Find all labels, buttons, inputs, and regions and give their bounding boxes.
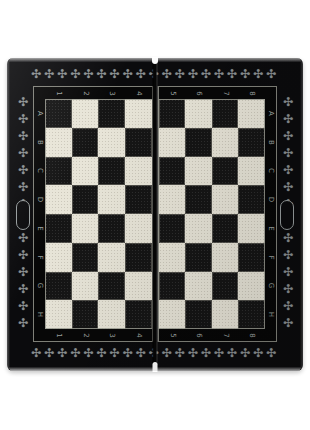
side-cartouche-right (280, 200, 294, 230)
square-h2 (72, 300, 99, 329)
square-a8 (238, 99, 265, 128)
square-d2 (72, 185, 99, 214)
square-a3 (98, 99, 125, 128)
square-f8 (238, 243, 265, 272)
coord-label: 7 (212, 329, 239, 341)
square-e7 (212, 214, 239, 243)
edge-highlight-left (7, 60, 10, 369)
square-g4 (125, 272, 152, 301)
coord-label: 1 (45, 329, 72, 341)
coord-label: H (34, 300, 45, 329)
coord-label: 2 (72, 329, 99, 341)
coord-label: 4 (125, 329, 152, 341)
square-b1 (45, 128, 72, 157)
label-band-corner (34, 329, 45, 341)
square-h1 (45, 300, 72, 329)
hinge-seam (154, 63, 157, 365)
coord-label: D (34, 185, 45, 214)
square-e6 (185, 214, 212, 243)
label-band-corner (265, 87, 276, 99)
square-h3 (98, 300, 125, 329)
square-a4 (125, 99, 152, 128)
edge-highlight-right (300, 60, 303, 369)
square-e5 (159, 214, 186, 243)
square-g5 (159, 272, 186, 301)
coord-label: F (34, 243, 45, 272)
square-c4 (125, 157, 152, 186)
square-f2 (72, 243, 99, 272)
coord-label: D (265, 185, 276, 214)
square-g3 (98, 272, 125, 301)
square-h5 (159, 300, 186, 329)
square-f4 (125, 243, 152, 272)
coord-label: G (265, 272, 276, 301)
square-d7 (212, 185, 239, 214)
coord-label: A (265, 99, 276, 128)
coord-label: 2 (72, 87, 99, 99)
coord-label: H (265, 300, 276, 329)
square-d4 (125, 185, 152, 214)
coord-label: 5 (159, 87, 186, 99)
chess-board: ✣✣✣✣✣✣✣✣✣✣✣✣✣✣✣✣✣✣✣✣✣✣✣✣✣✣ ✣✣✣✣✣✣✣✣✣✣✣✣✣… (7, 58, 303, 371)
coord-label: G (34, 272, 45, 301)
coord-label: 3 (98, 329, 125, 341)
board-half-left: 1234ABCDEFGH1234 (33, 86, 153, 342)
square-f3 (98, 243, 125, 272)
coord-label: B (34, 128, 45, 157)
square-d8 (238, 185, 265, 214)
coord-label: C (34, 157, 45, 186)
coord-label: E (34, 214, 45, 243)
square-e2 (72, 214, 99, 243)
square-b3 (98, 128, 125, 157)
coord-label: 3 (98, 87, 125, 99)
square-f7 (212, 243, 239, 272)
coord-label: 8 (238, 329, 265, 341)
square-h4 (125, 300, 152, 329)
coord-label: 7 (212, 87, 239, 99)
square-b7 (212, 128, 239, 157)
square-d5 (159, 185, 186, 214)
square-c3 (98, 157, 125, 186)
square-b4 (125, 128, 152, 157)
square-g1 (45, 272, 72, 301)
square-c8 (238, 157, 265, 186)
square-f5 (159, 243, 186, 272)
board-half-right: 5678ABCDEFGH5678 (158, 86, 278, 342)
square-a1 (45, 99, 72, 128)
hinge-notch-top (152, 57, 158, 64)
coord-label: C (265, 157, 276, 186)
square-c5 (159, 157, 186, 186)
coord-label: 6 (185, 329, 212, 341)
square-d3 (98, 185, 125, 214)
square-a6 (185, 99, 212, 128)
square-e3 (98, 214, 125, 243)
square-h6 (185, 300, 212, 329)
square-c2 (72, 157, 99, 186)
coord-label: B (265, 128, 276, 157)
square-e8 (238, 214, 265, 243)
coord-label: F (265, 243, 276, 272)
square-g2 (72, 272, 99, 301)
square-a5 (159, 99, 186, 128)
square-g7 (212, 272, 239, 301)
square-e1 (45, 214, 72, 243)
square-c6 (185, 157, 212, 186)
square-b8 (238, 128, 265, 157)
square-a7 (212, 99, 239, 128)
hinge-notch-bottom (153, 362, 158, 372)
square-b5 (159, 128, 186, 157)
square-d6 (185, 185, 212, 214)
square-b2 (72, 128, 99, 157)
side-cartouche-left (16, 200, 30, 230)
square-h7 (212, 300, 239, 329)
coord-label: E (265, 214, 276, 243)
square-f1 (45, 243, 72, 272)
square-d1 (45, 185, 72, 214)
coord-label: 6 (185, 87, 212, 99)
square-h8 (238, 300, 265, 329)
label-band-corner (34, 87, 45, 99)
coord-label: 5 (159, 329, 186, 341)
square-c1 (45, 157, 72, 186)
label-band-corner (265, 329, 276, 341)
square-a2 (72, 99, 99, 128)
coord-label: 8 (238, 87, 265, 99)
square-f6 (185, 243, 212, 272)
photo-background: ✣✣✣✣✣✣✣✣✣✣✣✣✣✣✣✣✣✣✣✣✣✣✣✣✣✣ ✣✣✣✣✣✣✣✣✣✣✣✣✣… (0, 0, 310, 430)
square-g6 (185, 272, 212, 301)
coord-label: 4 (125, 87, 152, 99)
square-g8 (238, 272, 265, 301)
square-b6 (185, 128, 212, 157)
coord-label: A (34, 99, 45, 128)
coord-label: 1 (45, 87, 72, 99)
square-c7 (212, 157, 239, 186)
square-e4 (125, 214, 152, 243)
